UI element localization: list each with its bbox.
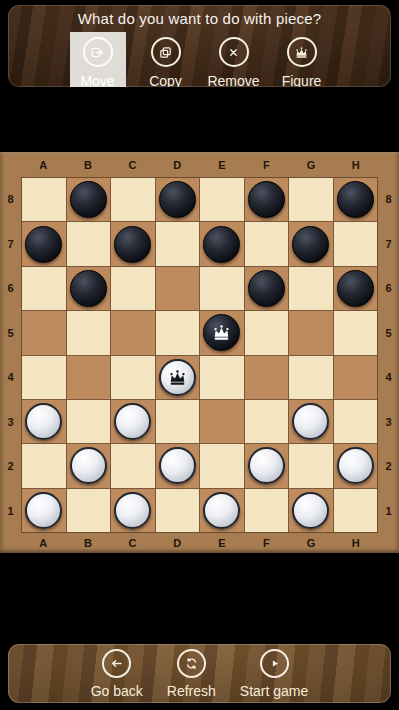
file-labels-bottom: ABCDEFGH bbox=[21, 533, 378, 553]
black-man[interactable] bbox=[203, 226, 240, 263]
square-b4[interactable] bbox=[67, 356, 111, 399]
square-g3[interactable] bbox=[289, 400, 333, 443]
file-label-h: H bbox=[333, 152, 378, 177]
square-e6[interactable] bbox=[200, 267, 244, 310]
go-back-label: Go back bbox=[91, 683, 143, 699]
square-f4[interactable] bbox=[245, 356, 289, 399]
square-a7[interactable] bbox=[22, 222, 66, 265]
square-b1[interactable] bbox=[67, 489, 111, 532]
square-b8[interactable] bbox=[67, 178, 111, 221]
white-man[interactable] bbox=[114, 403, 151, 440]
file-label-b: B bbox=[66, 152, 111, 177]
square-e4[interactable] bbox=[200, 356, 244, 399]
white-man[interactable] bbox=[159, 447, 196, 484]
rank-labels-right: 87654321 bbox=[378, 177, 399, 533]
go-back-button[interactable]: Go back bbox=[91, 649, 143, 699]
square-e3[interactable] bbox=[200, 400, 244, 443]
square-a6[interactable] bbox=[22, 267, 66, 310]
rank-label-6: 6 bbox=[378, 266, 399, 311]
black-man[interactable] bbox=[114, 226, 151, 263]
rank-label-3: 3 bbox=[0, 400, 21, 445]
figure-button-label: Figure bbox=[282, 73, 322, 87]
file-labels-top: ABCDEFGH bbox=[21, 152, 378, 177]
file-label-a: A bbox=[21, 152, 66, 177]
file-label-h: H bbox=[333, 533, 378, 553]
rank-label-7: 7 bbox=[378, 222, 399, 267]
square-g6[interactable] bbox=[289, 267, 333, 310]
square-g1[interactable] bbox=[289, 489, 333, 532]
refresh-icon bbox=[177, 649, 206, 678]
square-e2[interactable] bbox=[200, 444, 244, 487]
white-man[interactable] bbox=[114, 492, 151, 529]
back-arrow-icon bbox=[102, 649, 131, 678]
square-g8[interactable] bbox=[289, 178, 333, 221]
square-h3[interactable] bbox=[334, 400, 378, 443]
move-icon bbox=[83, 37, 113, 67]
black-man[interactable] bbox=[159, 181, 196, 218]
square-f8[interactable] bbox=[245, 178, 289, 221]
square-d2[interactable] bbox=[156, 444, 200, 487]
board-grid bbox=[21, 177, 378, 533]
square-g2[interactable] bbox=[289, 444, 333, 487]
square-b6[interactable] bbox=[67, 267, 111, 310]
play-icon bbox=[260, 649, 289, 678]
square-a8[interactable] bbox=[22, 178, 66, 221]
square-e1[interactable] bbox=[200, 489, 244, 532]
black-king[interactable] bbox=[203, 314, 240, 351]
file-label-a: A bbox=[21, 533, 66, 553]
figure-crown-icon bbox=[287, 37, 317, 67]
square-h6[interactable] bbox=[334, 267, 378, 310]
square-c7[interactable] bbox=[111, 222, 155, 265]
rank-label-4: 4 bbox=[0, 355, 21, 400]
white-man[interactable] bbox=[25, 492, 62, 529]
square-b5[interactable] bbox=[67, 311, 111, 354]
square-a2[interactable] bbox=[22, 444, 66, 487]
move-button[interactable]: Move bbox=[70, 32, 126, 87]
dialog-title: What do you want to do with piece? bbox=[8, 10, 391, 27]
square-c4[interactable] bbox=[111, 356, 155, 399]
white-king[interactable] bbox=[159, 359, 196, 396]
square-d1[interactable] bbox=[156, 489, 200, 532]
bottom-bar: Go back Refresh Start game bbox=[8, 644, 391, 703]
rank-label-8: 8 bbox=[378, 177, 399, 222]
square-f6[interactable] bbox=[245, 267, 289, 310]
rank-label-1: 1 bbox=[378, 489, 399, 534]
rank-label-6: 6 bbox=[0, 266, 21, 311]
black-man[interactable] bbox=[337, 181, 374, 218]
square-a1[interactable] bbox=[22, 489, 66, 532]
square-f7[interactable] bbox=[245, 222, 289, 265]
figure-button[interactable]: Figure bbox=[274, 32, 330, 87]
square-d6[interactable] bbox=[156, 267, 200, 310]
square-d4[interactable] bbox=[156, 356, 200, 399]
square-b7[interactable] bbox=[67, 222, 111, 265]
rank-label-4: 4 bbox=[378, 355, 399, 400]
square-d8[interactable] bbox=[156, 178, 200, 221]
piece-action-dialog: What do you want to do with piece? Move … bbox=[8, 5, 391, 87]
file-label-c: C bbox=[110, 152, 155, 177]
square-h5[interactable] bbox=[334, 311, 378, 354]
refresh-button[interactable]: Refresh bbox=[167, 649, 216, 699]
rank-labels-left: 87654321 bbox=[0, 177, 21, 533]
square-d3[interactable] bbox=[156, 400, 200, 443]
white-man[interactable] bbox=[25, 403, 62, 440]
rank-label-2: 2 bbox=[378, 444, 399, 489]
file-label-b: B bbox=[66, 533, 111, 553]
square-f2[interactable] bbox=[245, 444, 289, 487]
white-man[interactable] bbox=[70, 447, 107, 484]
black-man[interactable] bbox=[25, 226, 62, 263]
black-man[interactable] bbox=[248, 270, 285, 307]
square-c3[interactable] bbox=[111, 400, 155, 443]
square-h7[interactable] bbox=[334, 222, 378, 265]
file-label-f: F bbox=[244, 533, 289, 553]
square-c5[interactable] bbox=[111, 311, 155, 354]
square-e7[interactable] bbox=[200, 222, 244, 265]
file-label-e: E bbox=[200, 152, 245, 177]
rank-label-2: 2 bbox=[0, 444, 21, 489]
black-man[interactable] bbox=[70, 270, 107, 307]
square-g5[interactable] bbox=[289, 311, 333, 354]
square-b2[interactable] bbox=[67, 444, 111, 487]
file-label-d: D bbox=[155, 533, 200, 553]
square-e8[interactable] bbox=[200, 178, 244, 221]
square-h1[interactable] bbox=[334, 489, 378, 532]
square-h2[interactable] bbox=[334, 444, 378, 487]
white-man[interactable] bbox=[248, 447, 285, 484]
copy-button-label: Copy bbox=[149, 73, 182, 87]
checkers-board: ABCDEFGH 87654321 87654321 ABCDEFGH bbox=[0, 152, 399, 553]
file-label-e: E bbox=[200, 533, 245, 553]
copy-icon bbox=[151, 37, 181, 67]
refresh-label: Refresh bbox=[167, 683, 216, 699]
square-g4[interactable] bbox=[289, 356, 333, 399]
square-b3[interactable] bbox=[67, 400, 111, 443]
square-h8[interactable] bbox=[334, 178, 378, 221]
rank-label-8: 8 bbox=[0, 177, 21, 222]
square-f3[interactable] bbox=[245, 400, 289, 443]
square-d5[interactable] bbox=[156, 311, 200, 354]
white-man[interactable] bbox=[203, 492, 240, 529]
black-man[interactable] bbox=[292, 226, 329, 263]
rank-label-7: 7 bbox=[0, 222, 21, 267]
start-game-label: Start game bbox=[240, 683, 308, 699]
square-f5[interactable] bbox=[245, 311, 289, 354]
black-man[interactable] bbox=[248, 181, 285, 218]
square-f1[interactable] bbox=[245, 489, 289, 532]
copy-button[interactable]: Copy bbox=[138, 32, 194, 87]
square-c1[interactable] bbox=[111, 489, 155, 532]
rank-label-5: 5 bbox=[378, 311, 399, 356]
square-a5[interactable] bbox=[22, 311, 66, 354]
square-e5[interactable] bbox=[200, 311, 244, 354]
square-h4[interactable] bbox=[334, 356, 378, 399]
file-label-f: F bbox=[244, 152, 289, 177]
rank-label-3: 3 bbox=[378, 400, 399, 445]
black-man[interactable] bbox=[337, 270, 374, 307]
rank-label-1: 1 bbox=[0, 489, 21, 534]
rank-label-5: 5 bbox=[0, 311, 21, 356]
remove-button-label: Remove bbox=[207, 73, 259, 87]
square-c2[interactable] bbox=[111, 444, 155, 487]
white-man[interactable] bbox=[337, 447, 374, 484]
square-a4[interactable] bbox=[22, 356, 66, 399]
start-game-button[interactable]: Start game bbox=[240, 649, 308, 699]
white-man[interactable] bbox=[292, 492, 329, 529]
file-label-g: G bbox=[289, 152, 334, 177]
square-a3[interactable] bbox=[22, 400, 66, 443]
square-c8[interactable] bbox=[111, 178, 155, 221]
file-label-g: G bbox=[289, 533, 334, 553]
square-c6[interactable] bbox=[111, 267, 155, 310]
square-g7[interactable] bbox=[289, 222, 333, 265]
remove-button[interactable]: Remove bbox=[206, 32, 262, 87]
black-man[interactable] bbox=[70, 181, 107, 218]
move-button-label: Move bbox=[80, 73, 114, 87]
dialog-action-row: Move Copy Remove bbox=[8, 32, 391, 87]
remove-icon bbox=[219, 37, 249, 67]
white-man[interactable] bbox=[292, 403, 329, 440]
file-label-d: D bbox=[155, 152, 200, 177]
file-label-c: C bbox=[110, 533, 155, 553]
square-d7[interactable] bbox=[156, 222, 200, 265]
